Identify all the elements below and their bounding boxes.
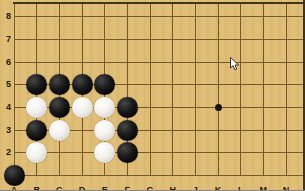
col-label-A: A (8, 186, 20, 191)
row-label-5: 5 (0, 80, 11, 89)
top-border-line (13, 2, 305, 4)
star-point-K4 (215, 104, 222, 111)
stone-black-B3 (26, 120, 47, 141)
grid-vline-H (172, 3, 173, 176)
col-label-G: G (144, 186, 156, 191)
stone-black-F4 (117, 97, 138, 118)
stone-black-C4 (49, 97, 70, 118)
wood-grain-texture (0, 0, 305, 190)
grid-vline-G (150, 3, 151, 176)
grid-vline-L (240, 3, 241, 176)
grid-hline-8 (14, 16, 305, 17)
col-label-L: L (235, 186, 247, 191)
col-label-D: D (76, 186, 88, 191)
stone-black-D5 (72, 74, 93, 95)
row-label-2: 2 (0, 148, 11, 157)
stone-black-C5 (49, 74, 70, 95)
go-board[interactable]: 87654321ABCDEFGHJKLMN (0, 0, 305, 190)
stone-black-A1 (4, 165, 25, 186)
stone-black-F3 (117, 120, 138, 141)
grid-hline-2 (14, 152, 305, 153)
stone-black-E5 (94, 74, 115, 95)
stone-white-E4 (94, 97, 115, 118)
row-label-3: 3 (0, 126, 11, 135)
stone-white-B2 (26, 142, 47, 163)
stone-white-E3 (94, 120, 115, 141)
grid-hline-1 (14, 175, 305, 176)
row-label-7: 7 (0, 35, 11, 44)
grid-hline-7 (14, 39, 305, 40)
stone-white-D4 (72, 97, 93, 118)
col-label-M: M (257, 186, 269, 191)
mouse-cursor-icon (230, 57, 241, 72)
col-label-E: E (99, 186, 111, 191)
row-label-4: 4 (0, 103, 11, 112)
row-label-6: 6 (0, 58, 11, 67)
grid-vline-M (263, 3, 264, 176)
stone-black-B5 (26, 74, 47, 95)
col-label-C: C (53, 186, 65, 191)
grid-vline-K (218, 3, 219, 176)
stone-white-C3 (49, 120, 70, 141)
col-label-H: H (167, 186, 179, 191)
grid-vline-A (14, 3, 15, 176)
grid-vline-J (195, 3, 196, 176)
grid-hline-6 (14, 62, 305, 63)
row-label-8: 8 (0, 12, 11, 21)
stone-black-F2 (117, 142, 138, 163)
right-border-line (303, 0, 305, 190)
col-label-J: J (189, 186, 201, 191)
stone-white-E2 (94, 142, 115, 163)
col-label-N: N (280, 186, 292, 191)
grid-vline-N (286, 3, 287, 176)
col-label-B: B (31, 186, 43, 191)
stone-white-B4 (26, 97, 47, 118)
col-label-F: F (121, 186, 133, 191)
col-label-K: K (212, 186, 224, 191)
